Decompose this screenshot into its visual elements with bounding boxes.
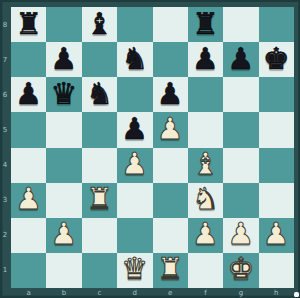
square-g1[interactable]: ♚ — [223, 253, 258, 288]
square-f1[interactable] — [188, 253, 223, 288]
black-queen[interactable]: ♛ — [51, 79, 78, 109]
square-d1[interactable]: ♛ — [117, 253, 152, 288]
square-g7[interactable]: ♟ — [223, 42, 258, 77]
square-g3[interactable] — [223, 183, 258, 218]
square-e2[interactable] — [153, 218, 188, 253]
black-bishop[interactable]: ♝ — [86, 9, 113, 39]
file-label-c: c — [82, 288, 117, 298]
square-f3[interactable]: ♞ — [188, 183, 223, 218]
square-c4[interactable] — [82, 148, 117, 183]
rank-label-6: 6 — [0, 91, 10, 99]
white-pawn[interactable]: ♟ — [15, 184, 42, 214]
rank-label-7: 7 — [0, 56, 10, 64]
square-g8[interactable] — [223, 7, 258, 42]
square-d3[interactable] — [117, 183, 152, 218]
white-king[interactable]: ♚ — [227, 254, 254, 284]
white-queen[interactable]: ♛ — [121, 254, 148, 284]
rank-label-2: 2 — [0, 231, 10, 239]
square-b1[interactable] — [46, 253, 81, 288]
rank-label-3: 3 — [0, 196, 10, 204]
square-c1[interactable] — [82, 253, 117, 288]
file-label-d: d — [117, 288, 152, 298]
square-a5[interactable] — [11, 112, 46, 147]
square-b6[interactable]: ♛ — [46, 77, 81, 112]
square-a1[interactable] — [11, 253, 46, 288]
file-label-f: f — [188, 288, 223, 298]
white-pawn[interactable]: ♟ — [263, 219, 290, 249]
square-d8[interactable] — [117, 7, 152, 42]
black-pawn[interactable]: ♟ — [121, 114, 148, 144]
white-rook[interactable]: ♜ — [86, 184, 113, 214]
white-rook[interactable]: ♜ — [157, 254, 184, 284]
black-pawn[interactable]: ♟ — [192, 44, 219, 74]
square-h4[interactable] — [259, 148, 294, 183]
file-label-h: h — [259, 288, 294, 298]
square-e8[interactable] — [153, 7, 188, 42]
black-pawn[interactable]: ♟ — [227, 44, 254, 74]
square-c8[interactable]: ♝ — [82, 7, 117, 42]
square-a8[interactable]: ♜ — [11, 7, 46, 42]
square-e4[interactable] — [153, 148, 188, 183]
file-label-e: e — [153, 288, 188, 298]
rank-label-5: 5 — [0, 126, 10, 134]
black-knight[interactable]: ♞ — [121, 44, 148, 74]
black-pawn[interactable]: ♟ — [51, 44, 78, 74]
black-pawn[interactable]: ♟ — [157, 79, 184, 109]
square-c6[interactable]: ♞ — [82, 77, 117, 112]
square-d5[interactable]: ♟ — [117, 112, 152, 147]
square-h1[interactable] — [259, 253, 294, 288]
white-bishop[interactable]: ♝ — [192, 149, 219, 179]
square-d6[interactable] — [117, 77, 152, 112]
square-a7[interactable] — [11, 42, 46, 77]
board-frame: ♜♝♜♟♞♟♟♚♟♛♞♟♟♟♟♝♟♜♞♟♟♟♟♛♜♚ 87654321abcde… — [0, 0, 300, 298]
square-e1[interactable]: ♜ — [153, 253, 188, 288]
square-f6[interactable] — [188, 77, 223, 112]
square-h3[interactable] — [259, 183, 294, 218]
square-f4[interactable]: ♝ — [188, 148, 223, 183]
chess-board: ♜♝♜♟♞♟♟♚♟♛♞♟♟♟♟♝♟♜♞♟♟♟♟♛♜♚ — [11, 7, 294, 288]
black-king[interactable]: ♚ — [263, 44, 290, 74]
square-b7[interactable]: ♟ — [46, 42, 81, 77]
square-g6[interactable] — [223, 77, 258, 112]
rank-label-8: 8 — [0, 21, 10, 29]
rank-label-4: 4 — [0, 161, 10, 169]
square-e6[interactable]: ♟ — [153, 77, 188, 112]
file-label-g: g — [223, 288, 258, 298]
corner-dot — [294, 292, 299, 297]
square-g4[interactable] — [223, 148, 258, 183]
square-f5[interactable] — [188, 112, 223, 147]
square-c3[interactable]: ♜ — [82, 183, 117, 218]
file-label-a: a — [11, 288, 46, 298]
square-g2[interactable]: ♟ — [223, 218, 258, 253]
white-pawn[interactable]: ♟ — [157, 114, 184, 144]
square-f7[interactable]: ♟ — [188, 42, 223, 77]
white-knight[interactable]: ♞ — [192, 184, 219, 214]
square-c7[interactable] — [82, 42, 117, 77]
rank-label-1: 1 — [0, 266, 10, 274]
black-knight[interactable]: ♞ — [86, 79, 113, 109]
square-a4[interactable] — [11, 148, 46, 183]
square-h6[interactable] — [259, 77, 294, 112]
square-a6[interactable]: ♟ — [11, 77, 46, 112]
square-b5[interactable] — [46, 112, 81, 147]
white-pawn[interactable]: ♟ — [192, 219, 219, 249]
square-b2[interactable]: ♟ — [46, 218, 81, 253]
square-a2[interactable] — [11, 218, 46, 253]
square-c5[interactable] — [82, 112, 117, 147]
square-d4[interactable]: ♟ — [117, 148, 152, 183]
black-pawn[interactable]: ♟ — [15, 79, 42, 109]
black-rook[interactable]: ♜ — [15, 9, 42, 39]
square-g5[interactable] — [223, 112, 258, 147]
square-e7[interactable] — [153, 42, 188, 77]
square-e3[interactable] — [153, 183, 188, 218]
file-label-b: b — [46, 288, 81, 298]
square-h8[interactable] — [259, 7, 294, 42]
square-f2[interactable]: ♟ — [188, 218, 223, 253]
white-pawn[interactable]: ♟ — [227, 219, 254, 249]
square-b3[interactable] — [46, 183, 81, 218]
square-b4[interactable] — [46, 148, 81, 183]
square-e5[interactable]: ♟ — [153, 112, 188, 147]
square-d7[interactable]: ♞ — [117, 42, 152, 77]
square-b8[interactable] — [46, 7, 81, 42]
white-pawn[interactable]: ♟ — [121, 149, 148, 179]
square-h2[interactable]: ♟ — [259, 218, 294, 253]
white-pawn[interactable]: ♟ — [51, 219, 78, 249]
square-h7[interactable]: ♚ — [259, 42, 294, 77]
black-rook[interactable]: ♜ — [192, 9, 219, 39]
square-a3[interactable]: ♟ — [11, 183, 46, 218]
square-c2[interactable] — [82, 218, 117, 253]
square-h5[interactable] — [259, 112, 294, 147]
square-f8[interactable]: ♜ — [188, 7, 223, 42]
square-d2[interactable] — [117, 218, 152, 253]
